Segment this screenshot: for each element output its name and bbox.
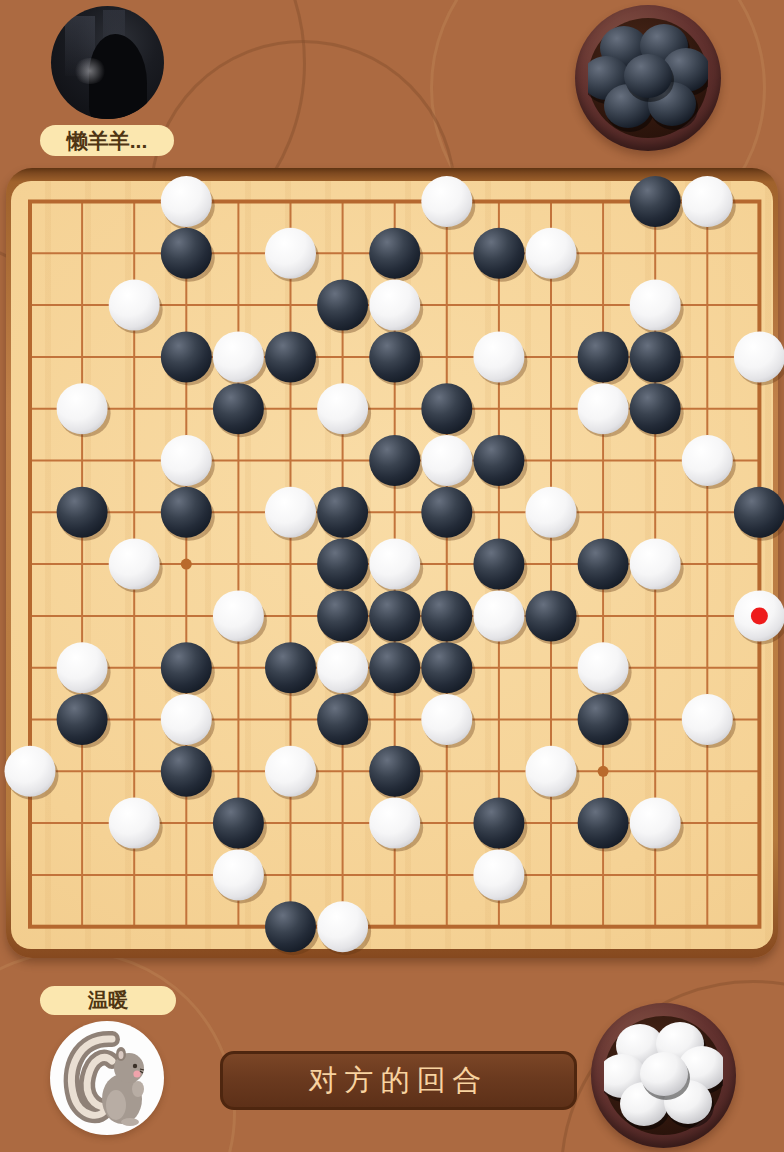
stone-black: [421, 487, 472, 538]
player-name: 温暖: [40, 986, 176, 1015]
star-point: [181, 559, 192, 570]
stone-white: [109, 280, 160, 331]
game-screen: 懒羊羊...: [0, 0, 784, 1152]
stone-black: [369, 642, 420, 693]
stone-white: [213, 331, 264, 382]
stone-white: [369, 539, 420, 590]
stone-black: [317, 487, 368, 538]
stone-white: [473, 849, 524, 900]
stone-white: [578, 383, 629, 434]
stone-white: [682, 176, 733, 227]
stone-white: [682, 694, 733, 745]
stone-white: [526, 487, 577, 538]
star-point: [598, 766, 609, 777]
stone-black: [369, 590, 420, 641]
stone-white: [734, 331, 784, 382]
stone-white: [161, 176, 212, 227]
board-surface: [11, 181, 773, 949]
stone-black: [734, 487, 784, 538]
stone-white: [265, 746, 316, 797]
board-grid: [11, 181, 773, 949]
squirrel-illustration: [50, 1021, 164, 1135]
stone-black: [630, 176, 681, 227]
stone-black: [161, 228, 212, 279]
stone-black: [526, 590, 577, 641]
stone-black: [578, 694, 629, 745]
stone-black: [265, 901, 316, 952]
stone-white: [421, 435, 472, 486]
stone-black: [213, 383, 264, 434]
turn-status: 对方的回合: [220, 1051, 577, 1110]
stone-white: [630, 280, 681, 331]
stone-black: [369, 331, 420, 382]
stone-white: [317, 383, 368, 434]
stone-white: [161, 435, 212, 486]
stone-black: [578, 331, 629, 382]
stone-white: [161, 694, 212, 745]
stone-black: [161, 746, 212, 797]
opponent-avatar[interactable]: [51, 6, 164, 119]
stone-white: [213, 849, 264, 900]
stone-white: [630, 539, 681, 590]
stone-white: [630, 798, 681, 849]
stone-black: [161, 487, 212, 538]
player-avatar[interactable]: [50, 1021, 164, 1135]
stone-white: [526, 228, 577, 279]
stone-black: [369, 435, 420, 486]
avatar-smoke: [73, 58, 107, 84]
stone-white: [473, 590, 524, 641]
stone-white: [421, 176, 472, 227]
stone-white: [57, 383, 108, 434]
opponent-name: 懒羊羊...: [40, 125, 174, 156]
stone-black: [161, 642, 212, 693]
stone-white: [369, 280, 420, 331]
stone-black: [578, 539, 629, 590]
stone-white: [682, 435, 733, 486]
stone-black: [369, 746, 420, 797]
stone-black: [213, 798, 264, 849]
black-bowl-stones: [588, 18, 708, 138]
stone-black: [578, 798, 629, 849]
stone-black: [630, 383, 681, 434]
stone-black: [473, 435, 524, 486]
stone-black: [317, 694, 368, 745]
stone-black: [369, 228, 420, 279]
last-move-marker: [751, 607, 768, 624]
stone-black: [265, 642, 316, 693]
stone-black: [421, 383, 472, 434]
stone-white: [421, 694, 472, 745]
stone-black: [473, 539, 524, 590]
go-board[interactable]: [6, 168, 778, 958]
stone-white: [526, 746, 577, 797]
stone-black: [473, 228, 524, 279]
stone-black: [317, 539, 368, 590]
stone-black: [161, 331, 212, 382]
stone-black: [473, 798, 524, 849]
stone-white: [5, 746, 56, 797]
stone-white: [317, 901, 368, 952]
stone-white: [213, 590, 264, 641]
stone-black: [421, 642, 472, 693]
stone-white: [317, 642, 368, 693]
stone-white: [57, 642, 108, 693]
white-stones-bowl: [591, 1003, 736, 1148]
stone-white: [109, 798, 160, 849]
black-stones-bowl: [575, 5, 721, 151]
stone-white: [369, 798, 420, 849]
stone-white: [265, 228, 316, 279]
stone-black: [265, 331, 316, 382]
stone-white: [109, 539, 160, 590]
stone-black: [317, 280, 368, 331]
stone-black: [317, 590, 368, 641]
stone-black: [630, 331, 681, 382]
stone-white: [578, 642, 629, 693]
stone-black: [421, 590, 472, 641]
stone-black: [57, 487, 108, 538]
stone-white: [265, 487, 316, 538]
white-bowl-stones: [604, 1016, 723, 1135]
stone-black: [57, 694, 108, 745]
stone-white: [473, 331, 524, 382]
